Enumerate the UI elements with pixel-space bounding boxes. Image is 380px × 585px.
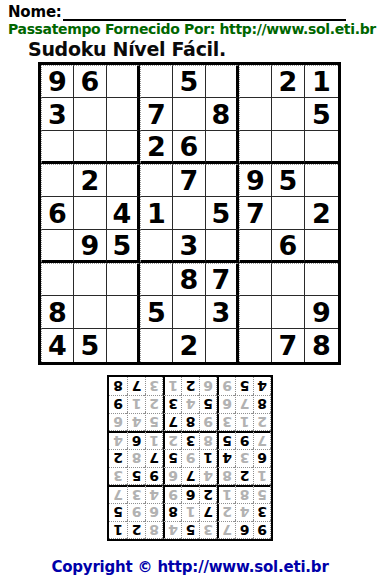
cell-r6c6[interactable] — [206, 230, 239, 263]
cell-r8c1: 8 — [41, 296, 74, 329]
cell-r6c2: 9 — [74, 230, 107, 263]
solution-cell-r1c9: 1 — [109, 521, 127, 539]
cell-r3c9[interactable] — [305, 131, 338, 164]
cell-r6c7[interactable] — [239, 230, 272, 263]
cell-r8c5[interactable] — [173, 296, 206, 329]
solution-cell-r4c3: 8 — [217, 467, 235, 485]
solution-cell-r2c3: 2 — [217, 503, 235, 521]
cell-r9c5: 2 — [173, 329, 206, 362]
solution-cell-r3c4: 2 — [199, 485, 217, 503]
cell-r2c9: 5 — [305, 98, 338, 131]
cell-r7c6: 7 — [206, 263, 239, 296]
cell-r8c2[interactable] — [74, 296, 107, 329]
name-row: Nome: — [8, 3, 346, 21]
cell-r5c7: 7 — [239, 197, 272, 230]
cell-r7c3[interactable] — [107, 263, 140, 296]
solution-cell-r4c2: 2 — [235, 467, 253, 485]
solution-cell-r1c4: 3 — [199, 521, 217, 539]
cell-r1c4[interactable] — [140, 65, 173, 98]
solution-cell-r6c6: 2 — [163, 431, 181, 449]
cell-r4c9[interactable] — [305, 164, 338, 197]
cell-r3c4: 2 — [140, 131, 173, 164]
cell-r2c8[interactable] — [272, 98, 305, 131]
cell-r5c8[interactable] — [272, 197, 305, 230]
solution-cell-r2c7: 6 — [145, 503, 163, 521]
solution-cell-r7c2: 1 — [235, 413, 253, 431]
cell-r9c2: 5 — [74, 329, 107, 362]
solution-cell-r5c1: 6 — [253, 449, 271, 467]
name-label: Nome: — [8, 3, 62, 21]
solution-cell-r8c5: 4 — [181, 395, 199, 413]
cell-r1c5: 5 — [173, 65, 206, 98]
solution-cell-r1c1: 9 — [253, 521, 271, 539]
solution-cell-r6c3: 5 — [217, 431, 235, 449]
cell-r5c3: 4 — [107, 197, 140, 230]
cell-r2c5[interactable] — [173, 98, 206, 131]
cell-r5c9: 2 — [305, 197, 338, 230]
cell-r7c8[interactable] — [272, 263, 305, 296]
cell-r6c8: 6 — [272, 230, 305, 263]
solution-cell-r2c8: 9 — [127, 503, 145, 521]
cell-r1c1: 9 — [41, 65, 74, 98]
solution-cell-r6c5: 3 — [181, 431, 199, 449]
solution-cell-r4c8: 5 — [127, 467, 145, 485]
cell-r5c1: 6 — [41, 197, 74, 230]
solution-cell-r7c8: 4 — [127, 413, 145, 431]
solution-cell-r2c5: 1 — [181, 503, 199, 521]
cell-r1c6[interactable] — [206, 65, 239, 98]
solution-cell-r4c5: 7 — [181, 467, 199, 485]
solution-cell-r5c3: 4 — [217, 449, 235, 467]
solution-cell-r5c5: 9 — [181, 449, 199, 467]
solution-cell-r4c7: 9 — [145, 467, 163, 485]
solution-cell-r3c3: 1 — [217, 485, 235, 503]
cell-r4c1[interactable] — [41, 164, 74, 197]
cell-r8c8[interactable] — [272, 296, 305, 329]
cell-r3c3[interactable] — [107, 131, 140, 164]
cell-r9c6[interactable] — [206, 329, 239, 362]
solution-cell-r9c9: 8 — [109, 377, 127, 395]
solution-cell-r8c2: 7 — [235, 395, 253, 413]
cell-r3c6[interactable] — [206, 131, 239, 164]
solution-cell-r9c5: 2 — [181, 377, 199, 395]
solution-cell-r7c1: 2 — [253, 413, 271, 431]
cell-r6c3: 5 — [107, 230, 140, 263]
cell-r4c2: 2 — [74, 164, 107, 197]
solution-cell-r2c4: 7 — [199, 503, 217, 521]
cell-r1c2: 6 — [74, 65, 107, 98]
solution-cell-r3c8: 3 — [127, 485, 145, 503]
solution-cell-r1c8: 2 — [127, 521, 145, 539]
cell-r3c2[interactable] — [74, 131, 107, 164]
solution-cell-r1c7: 8 — [145, 521, 163, 539]
cell-r9c7[interactable] — [239, 329, 272, 362]
cell-r6c5: 3 — [173, 230, 206, 263]
solution-cell-r9c2: 5 — [235, 377, 253, 395]
solution-cell-r6c7: 1 — [145, 431, 163, 449]
solution-cell-r5c6: 5 — [163, 449, 181, 467]
cell-r2c3[interactable] — [107, 98, 140, 131]
cell-r3c5: 6 — [173, 131, 206, 164]
solution-cell-r5c7: 7 — [145, 449, 163, 467]
cell-r1c7[interactable] — [239, 65, 272, 98]
solution-cell-r3c1: 5 — [253, 485, 271, 503]
cell-r2c2[interactable] — [74, 98, 107, 131]
cell-r7c9[interactable] — [305, 263, 338, 296]
cell-r3c1[interactable] — [41, 131, 74, 164]
solution-cell-r9c6: 1 — [163, 377, 181, 395]
cell-r8c4: 5 — [140, 296, 173, 329]
cell-r8c3[interactable] — [107, 296, 140, 329]
name-write-line[interactable] — [63, 8, 346, 21]
solution-cell-r9c4: 6 — [199, 377, 217, 395]
cell-r9c3[interactable] — [107, 329, 140, 362]
page-title: Sudoku Nível Fácil. — [28, 38, 226, 60]
cell-r8c9: 9 — [305, 296, 338, 329]
cell-r5c5[interactable] — [173, 197, 206, 230]
solution-cell-r4c9: 3 — [109, 467, 127, 485]
solution-cell-r8c3: 6 — [217, 395, 235, 413]
solution-cell-r5c4: 1 — [199, 449, 217, 467]
solution-cell-r8c7: 2 — [145, 395, 163, 413]
sudoku-worksheet-page: Nome: Passatempo Fornecido Por: http://w… — [0, 0, 380, 585]
solution-cell-r2c2: 4 — [235, 503, 253, 521]
cell-r7c7[interactable] — [239, 263, 272, 296]
cell-r7c1[interactable] — [41, 263, 74, 296]
solution-cell-r8c8: 1 — [127, 395, 145, 413]
solution-cell-r2c1: 3 — [253, 503, 271, 521]
solution-cell-r7c5: 8 — [181, 413, 199, 431]
cell-r4c8: 5 — [272, 164, 305, 197]
cell-r9c9: 8 — [305, 329, 338, 362]
cell-r1c9: 1 — [305, 65, 338, 98]
solution-cell-r3c6: 9 — [163, 485, 181, 503]
solution-cell-r7c3: 3 — [217, 413, 235, 431]
cell-r3c7[interactable] — [239, 131, 272, 164]
solution-cell-r3c2: 8 — [235, 485, 253, 503]
cell-r9c8: 7 — [272, 329, 305, 362]
solution-cell-r1c2: 6 — [235, 521, 253, 539]
cell-r5c4: 1 — [140, 197, 173, 230]
solution-cell-r6c2: 9 — [235, 431, 253, 449]
cell-r2c1: 3 — [41, 98, 74, 131]
solution-cell-r6c9: 4 — [109, 431, 127, 449]
solution-cell-r1c3: 7 — [217, 521, 235, 539]
solution-cell-r1c5: 5 — [181, 521, 199, 539]
solution-cell-r8c9: 9 — [109, 395, 127, 413]
solution-cell-r3c5: 6 — [181, 485, 199, 503]
cell-r8c6: 3 — [206, 296, 239, 329]
copyright-line: Copyright © http://www.sol.eti.br — [0, 558, 380, 576]
solution-cell-r9c1: 4 — [253, 377, 271, 395]
sudoku-grid: 965213785262795641572953687853945278 — [38, 62, 341, 365]
cell-r4c3[interactable] — [107, 164, 140, 197]
solution-cell-r5c8: 8 — [127, 449, 145, 467]
cell-r5c6: 5 — [206, 197, 239, 230]
provider-line: Passatempo Fornecido Por: http://www.sol… — [8, 21, 376, 37]
solution-cell-r5c2: 3 — [235, 449, 253, 467]
cell-r4c4[interactable] — [140, 164, 173, 197]
cell-r4c5: 7 — [173, 164, 206, 197]
cell-r8c7[interactable] — [239, 296, 272, 329]
cell-r6c4[interactable] — [140, 230, 173, 263]
solution-cell-r9c7: 3 — [145, 377, 163, 395]
solution-cell-r7c4: 9 — [199, 413, 217, 431]
cell-r6c1[interactable] — [41, 230, 74, 263]
solution-cell-r5c9: 2 — [109, 449, 127, 467]
solution-cell-r4c4: 4 — [199, 467, 217, 485]
solution-cell-r8c1: 8 — [253, 395, 271, 413]
solution-cell-r9c3: 9 — [217, 377, 235, 395]
solution-cell-r4c6: 6 — [163, 467, 181, 485]
solution-cell-r8c4: 5 — [199, 395, 217, 413]
cell-r4c7: 9 — [239, 164, 272, 197]
cell-r1c8: 2 — [272, 65, 305, 98]
cell-r4c6[interactable] — [206, 164, 239, 197]
solution-cell-r1c6: 4 — [163, 521, 181, 539]
solution-cell-r3c9: 7 — [109, 485, 127, 503]
solution-cell-r6c8: 6 — [127, 431, 145, 449]
solution-cell-r7c7: 5 — [145, 413, 163, 431]
solution-cell-r2c9: 5 — [109, 503, 127, 521]
cell-r6c9[interactable] — [305, 230, 338, 263]
cell-r7c5: 8 — [173, 263, 206, 296]
cell-r9c1: 4 — [41, 329, 74, 362]
solution-cell-r7c9: 6 — [109, 413, 127, 431]
solution-cell-r8c6: 3 — [163, 395, 181, 413]
cell-r7c4[interactable] — [140, 263, 173, 296]
solution-cell-r6c1: 7 — [253, 431, 271, 449]
cell-r9c4[interactable] — [140, 329, 173, 362]
solution-cell-r4c1: 1 — [253, 467, 271, 485]
cell-r3c8[interactable] — [272, 131, 305, 164]
solution-cell-r3c7: 4 — [145, 485, 163, 503]
cell-r2c6: 8 — [206, 98, 239, 131]
cell-r1c3[interactable] — [107, 65, 140, 98]
solution-cell-r6c4: 8 — [199, 431, 217, 449]
solution-cell-r7c6: 7 — [163, 413, 181, 431]
solution-grid-upside-down: 9673548213427186955812694371284769536341… — [107, 375, 273, 541]
cell-r7c2[interactable] — [74, 263, 107, 296]
cell-r5c2[interactable] — [74, 197, 107, 230]
cell-r2c7[interactable] — [239, 98, 272, 131]
cell-r2c4: 7 — [140, 98, 173, 131]
solution-cell-r2c6: 8 — [163, 503, 181, 521]
solution-cell-r9c8: 7 — [127, 377, 145, 395]
